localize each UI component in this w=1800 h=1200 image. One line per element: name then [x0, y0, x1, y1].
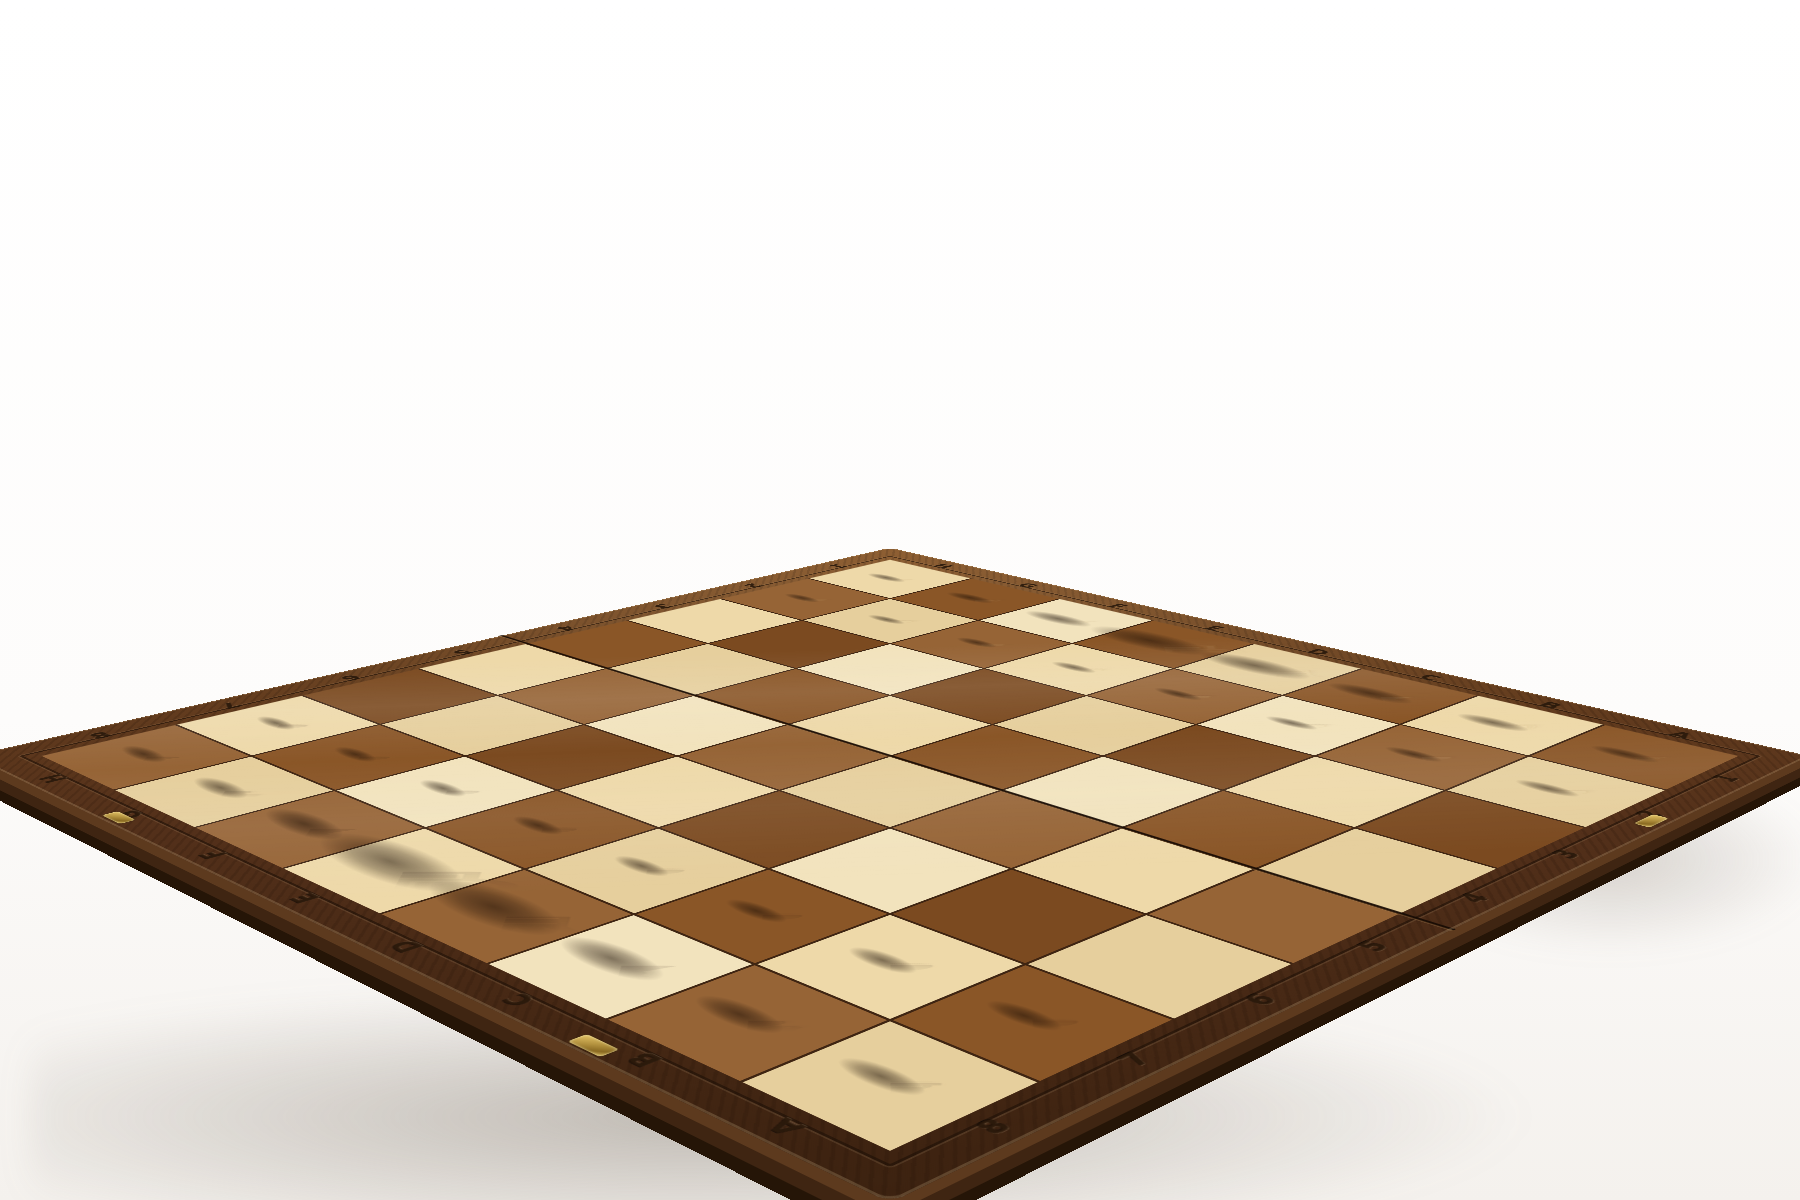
- white-n-glyph: ♞: [933, 592, 1016, 599]
- white-p-glyph: ♟: [773, 594, 838, 599]
- white-b-glyph: ♝: [1305, 683, 1447, 696]
- square-d6: [660, 791, 888, 868]
- white-p-glyph: ♟: [945, 638, 1017, 644]
- white-r-glyph: ♜: [856, 573, 925, 579]
- square-d7: [527, 829, 766, 914]
- black-p-glyph: ♟: [314, 747, 410, 756]
- brass-clasp-left: [102, 811, 136, 824]
- white-b-glyph: ♝: [1007, 611, 1123, 621]
- square-e8: [284, 829, 523, 914]
- square-e6: [559, 757, 777, 827]
- black-r-glyph: ♜: [97, 746, 207, 757]
- black-p-glyph: ♟: [237, 717, 328, 726]
- square-a5: [1148, 870, 1399, 963]
- white-p-glyph: ♟: [1039, 662, 1116, 669]
- white-q-glyph: ♛: [1169, 653, 1358, 670]
- white-p-glyph: ♟: [1141, 688, 1224, 696]
- square-f8: [196, 791, 424, 868]
- square-d8: [381, 870, 632, 963]
- white-p-glyph: ♟: [1251, 717, 1340, 726]
- square-a8: [742, 1021, 1038, 1151]
- square-b7: [758, 915, 1022, 1019]
- square-a3: [1357, 791, 1585, 868]
- rank-label-left-8-text: 8: [84, 730, 116, 740]
- square-a6: [1027, 915, 1291, 1019]
- square-d5: [781, 757, 999, 827]
- square-a4: [1258, 829, 1497, 914]
- square-b6: [893, 870, 1144, 963]
- square-b8: [608, 965, 887, 1081]
- white-r-glyph: ♜: [1573, 746, 1683, 757]
- square-c4: [1003, 757, 1221, 827]
- white-k-glyph: ♚: [1056, 627, 1264, 645]
- photo-stage: HHGGFFEEDDCCBBAA1122334455667788 ♜♜♞♞♝♝♚…: [0, 0, 1800, 1200]
- white-n-glyph: ♞: [1439, 714, 1556, 725]
- white-p-glyph: ♟: [1370, 747, 1466, 756]
- square-b5: [1014, 829, 1253, 914]
- square-a7: [893, 965, 1172, 1081]
- file-label-far-A-text: A: [1664, 730, 1698, 741]
- white-p-glyph: ♟: [856, 615, 923, 621]
- square-b3: [1225, 757, 1443, 827]
- square-c7: [637, 870, 888, 963]
- brass-hinge-right: [1634, 814, 1669, 827]
- square-c6: [771, 829, 1010, 914]
- square-c8: [489, 915, 753, 1019]
- square-c5: [892, 791, 1120, 868]
- square-f7: [337, 757, 555, 827]
